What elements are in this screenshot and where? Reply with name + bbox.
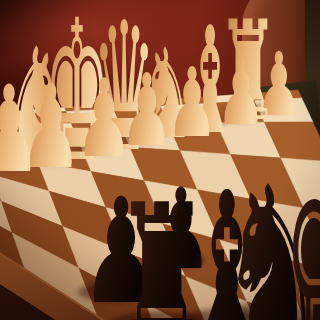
white-pawn-c7[interactable]: ♟: [75, 65, 133, 173]
chess-photo-scene: ♟♜♟♝♞♟♛♟♞♚♟♟♟♟♟♞♝♜♚ Overhead-angle photo…: [0, 0, 320, 320]
pieces-layer: ♟♜♟♝♞♟♛♟♞♚♟♟♟♟♟♞♝♜♚: [0, 0, 320, 320]
black-king-h1[interactable]: ♚: [283, 132, 320, 320]
black-rook-e1[interactable]: ♜: [113, 180, 211, 320]
white-pawn-e7[interactable]: ♟: [166, 55, 218, 151]
white-pawn-a7[interactable]: ♟: [0, 70, 41, 190]
